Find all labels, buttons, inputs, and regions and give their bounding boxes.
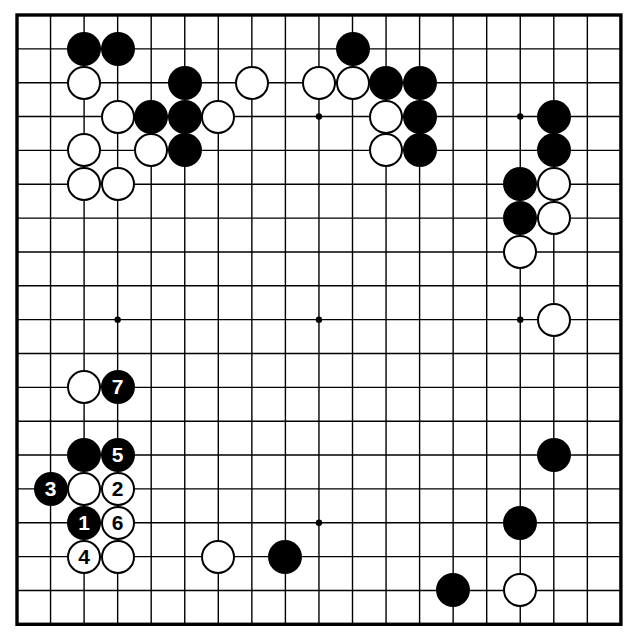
white-stone[interactable] xyxy=(369,133,403,167)
white-stone[interactable] xyxy=(201,540,235,574)
white-stone[interactable] xyxy=(537,201,571,235)
move-number: 1 xyxy=(78,512,90,534)
black-stone[interactable] xyxy=(403,133,437,167)
white-stone[interactable] xyxy=(369,100,403,134)
white-stone[interactable] xyxy=(67,370,101,404)
black-stone[interactable] xyxy=(67,32,101,66)
black-stone[interactable] xyxy=(537,133,571,167)
move-stone-7[interactable]: 7 xyxy=(101,370,135,404)
black-stone[interactable] xyxy=(67,438,101,472)
white-stone[interactable] xyxy=(101,100,135,134)
white-stone[interactable] xyxy=(67,167,101,201)
black-stone[interactable] xyxy=(369,66,403,100)
move-stone-3[interactable]: 3 xyxy=(34,472,68,506)
white-stone[interactable] xyxy=(67,66,101,100)
black-stone[interactable] xyxy=(168,133,202,167)
white-stone[interactable] xyxy=(134,133,168,167)
black-stone[interactable] xyxy=(503,506,537,540)
black-stone[interactable] xyxy=(503,167,537,201)
black-stone[interactable] xyxy=(336,32,370,66)
black-stone[interactable] xyxy=(403,100,437,134)
move-number: 3 xyxy=(45,478,57,500)
black-stone[interactable] xyxy=(436,573,470,607)
white-stone[interactable] xyxy=(302,66,336,100)
white-stone[interactable] xyxy=(67,133,101,167)
move-stone-1[interactable]: 1 xyxy=(67,506,101,540)
white-stone[interactable] xyxy=(235,66,269,100)
move-number: 6 xyxy=(112,512,124,534)
black-stone[interactable] xyxy=(134,100,168,134)
move-number: 2 xyxy=(112,478,124,500)
black-stone[interactable] xyxy=(503,201,537,235)
move-number: 7 xyxy=(112,376,124,398)
black-stone[interactable] xyxy=(101,32,135,66)
black-stone[interactable] xyxy=(403,66,437,100)
white-stone[interactable] xyxy=(101,540,135,574)
black-stone[interactable] xyxy=(168,100,202,134)
white-stone[interactable] xyxy=(537,303,571,337)
black-stone[interactable] xyxy=(268,540,302,574)
white-stone[interactable] xyxy=(336,66,370,100)
white-stone[interactable] xyxy=(537,167,571,201)
move-number: 4 xyxy=(78,546,90,568)
move-stone-2[interactable]: 2 xyxy=(101,472,135,506)
go-board[interactable]: 7532164 xyxy=(0,0,640,640)
black-stone[interactable] xyxy=(168,66,202,100)
black-stone[interactable] xyxy=(537,438,571,472)
white-stone[interactable] xyxy=(67,472,101,506)
white-stone[interactable] xyxy=(503,573,537,607)
black-stone[interactable] xyxy=(537,100,571,134)
white-stone[interactable] xyxy=(201,100,235,134)
move-stone-4[interactable]: 4 xyxy=(67,540,101,574)
white-stone[interactable] xyxy=(101,167,135,201)
move-number: 5 xyxy=(112,444,124,466)
move-stone-5[interactable]: 5 xyxy=(101,438,135,472)
white-stone[interactable] xyxy=(503,235,537,269)
move-stone-6[interactable]: 6 xyxy=(101,506,135,540)
